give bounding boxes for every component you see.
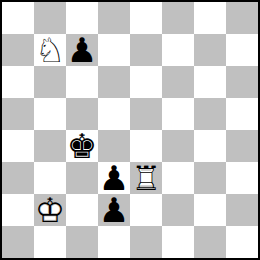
square-g3[interactable] [194,162,226,194]
square-d6[interactable] [98,66,130,98]
chess-board-frame: ♞♘♟♚♟♜♖♚♔♟ [0,0,260,260]
square-c6[interactable] [66,66,98,98]
square-e5[interactable] [130,98,162,130]
square-h3[interactable] [226,162,258,194]
square-a5[interactable] [2,98,34,130]
square-h2[interactable] [226,194,258,226]
square-g5[interactable] [194,98,226,130]
square-g8[interactable] [194,2,226,34]
square-b5[interactable] [34,98,66,130]
square-d1[interactable] [98,226,130,258]
black-pawn-d2[interactable]: ♟ [98,194,130,226]
rook-icon: ♖ [130,162,162,194]
square-a1[interactable] [2,226,34,258]
square-b6[interactable] [34,66,66,98]
square-f5[interactable] [162,98,194,130]
king-icon: ♔ [34,194,66,226]
square-d8[interactable] [98,2,130,34]
square-c1[interactable] [66,226,98,258]
square-h8[interactable] [226,2,258,34]
square-f4[interactable] [162,130,194,162]
square-d5[interactable] [98,98,130,130]
square-c7[interactable]: ♟ [66,34,98,66]
square-g7[interactable] [194,34,226,66]
square-b2[interactable]: ♚♔ [34,194,66,226]
square-a3[interactable] [2,162,34,194]
white-king-b2[interactable]: ♚♔ [34,194,66,226]
square-h7[interactable] [226,34,258,66]
square-c3[interactable] [66,162,98,194]
square-c2[interactable] [66,194,98,226]
square-e6[interactable] [130,66,162,98]
white-knight-b7[interactable]: ♞♘ [34,34,66,66]
black-king-c4[interactable]: ♚ [66,130,98,162]
square-d7[interactable] [98,34,130,66]
square-f6[interactable] [162,66,194,98]
square-g6[interactable] [194,66,226,98]
square-c4[interactable]: ♚ [66,130,98,162]
square-a8[interactable] [2,2,34,34]
knight-icon: ♘ [34,34,66,66]
square-a6[interactable] [2,66,34,98]
square-b1[interactable] [34,226,66,258]
square-g4[interactable] [194,130,226,162]
square-f8[interactable] [162,2,194,34]
square-f3[interactable] [162,162,194,194]
black-pawn-c7[interactable]: ♟ [66,34,98,66]
square-a2[interactable] [2,194,34,226]
square-a7[interactable] [2,34,34,66]
square-b4[interactable] [34,130,66,162]
square-e2[interactable] [130,194,162,226]
square-a4[interactable] [2,130,34,162]
white-rook-e3[interactable]: ♜♖ [130,162,162,194]
square-h1[interactable] [226,226,258,258]
square-e7[interactable] [130,34,162,66]
square-h5[interactable] [226,98,258,130]
square-g1[interactable] [194,226,226,258]
square-e3[interactable]: ♜♖ [130,162,162,194]
square-b7[interactable]: ♞♘ [34,34,66,66]
square-f7[interactable] [162,34,194,66]
square-g2[interactable] [194,194,226,226]
square-f2[interactable] [162,194,194,226]
square-e8[interactable] [130,2,162,34]
square-h6[interactable] [226,66,258,98]
square-d2[interactable]: ♟ [98,194,130,226]
square-e1[interactable] [130,226,162,258]
square-f1[interactable] [162,226,194,258]
chess-board: ♞♘♟♚♟♜♖♚♔♟ [2,2,258,258]
square-h4[interactable] [226,130,258,162]
